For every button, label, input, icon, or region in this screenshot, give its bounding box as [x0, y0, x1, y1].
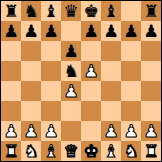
square-g1[interactable]: ♞	[121, 141, 141, 161]
square-b5[interactable]	[21, 61, 41, 81]
square-h4[interactable]	[141, 81, 161, 101]
square-a7[interactable]: ♟	[1, 21, 21, 41]
piece-black-rook: ♜	[3, 1, 18, 21]
square-f5[interactable]	[101, 61, 121, 81]
square-d4[interactable]: ♟	[61, 81, 81, 101]
piece-black-bishop: ♝	[103, 1, 118, 21]
square-f6[interactable]	[101, 41, 121, 61]
square-h2[interactable]: ♟	[141, 121, 161, 141]
square-g4[interactable]	[121, 81, 141, 101]
piece-black-pawn: ♟	[143, 21, 158, 41]
square-b7[interactable]: ♟	[21, 21, 41, 41]
square-a2[interactable]: ♟	[1, 121, 21, 141]
square-b8[interactable]: ♞	[21, 1, 41, 21]
piece-white-queen: ♛	[63, 141, 78, 161]
square-g8[interactable]	[121, 1, 141, 21]
square-b4[interactable]	[21, 81, 41, 101]
square-e5[interactable]: ♟	[81, 61, 101, 81]
square-h6[interactable]	[141, 41, 161, 61]
piece-black-pawn: ♟	[43, 21, 58, 41]
square-c1[interactable]: ♝	[41, 141, 61, 161]
piece-white-rook: ♜	[143, 141, 158, 161]
piece-white-pawn: ♟	[83, 61, 98, 81]
piece-white-pawn: ♟	[103, 121, 118, 141]
square-d3[interactable]	[61, 101, 81, 121]
piece-black-rook: ♜	[143, 1, 158, 21]
piece-white-knight: ♞	[123, 141, 138, 161]
piece-black-queen: ♛	[63, 1, 78, 21]
piece-white-king: ♚	[83, 141, 98, 161]
square-b1[interactable]: ♞	[21, 141, 41, 161]
square-h1[interactable]: ♜	[141, 141, 161, 161]
square-d2[interactable]	[61, 121, 81, 141]
square-e3[interactable]	[81, 101, 101, 121]
piece-black-pawn: ♟	[23, 21, 38, 41]
square-a6[interactable]	[1, 41, 21, 61]
square-c2[interactable]: ♟	[41, 121, 61, 141]
piece-white-knight: ♞	[23, 141, 38, 161]
square-f2[interactable]: ♟	[101, 121, 121, 141]
square-a5[interactable]	[1, 61, 21, 81]
square-d6[interactable]: ♟	[61, 41, 81, 61]
piece-black-knight: ♞	[23, 1, 38, 21]
square-g3[interactable]	[121, 101, 141, 121]
square-d7[interactable]	[61, 21, 81, 41]
piece-black-pawn: ♟	[63, 41, 78, 61]
chess-board: ♜♞♝♛♚♝♜♟♟♟♟♟♟♟♟♞♟♟♟♟♟♟♟♟♜♞♝♛♚♝♞♜	[0, 0, 162, 162]
square-g5[interactable]	[121, 61, 141, 81]
square-a1[interactable]: ♜	[1, 141, 21, 161]
square-d8[interactable]: ♛	[61, 1, 81, 21]
square-h3[interactable]	[141, 101, 161, 121]
square-f7[interactable]: ♟	[101, 21, 121, 41]
square-b2[interactable]: ♟	[21, 121, 41, 141]
piece-white-bishop: ♝	[43, 141, 58, 161]
square-c6[interactable]	[41, 41, 61, 61]
square-b6[interactable]	[21, 41, 41, 61]
square-e1[interactable]: ♚	[81, 141, 101, 161]
piece-white-bishop: ♝	[103, 141, 118, 161]
square-e7[interactable]: ♟	[81, 21, 101, 41]
piece-black-pawn: ♟	[103, 21, 118, 41]
square-d1[interactable]: ♛	[61, 141, 81, 161]
square-h7[interactable]: ♟	[141, 21, 161, 41]
piece-white-pawn: ♟	[143, 121, 158, 141]
square-h5[interactable]	[141, 61, 161, 81]
square-g6[interactable]	[121, 41, 141, 61]
square-e4[interactable]	[81, 81, 101, 101]
piece-black-king: ♚	[83, 1, 98, 21]
square-d5[interactable]: ♞	[61, 61, 81, 81]
piece-white-pawn: ♟	[3, 121, 18, 141]
piece-white-rook: ♜	[3, 141, 18, 161]
square-b3[interactable]	[21, 101, 41, 121]
square-g7[interactable]: ♟	[121, 21, 141, 41]
square-h8[interactable]: ♜	[141, 1, 161, 21]
square-a4[interactable]	[1, 81, 21, 101]
square-e8[interactable]: ♚	[81, 1, 101, 21]
square-f1[interactable]: ♝	[101, 141, 121, 161]
square-f8[interactable]: ♝	[101, 1, 121, 21]
square-c4[interactable]	[41, 81, 61, 101]
square-c5[interactable]	[41, 61, 61, 81]
square-c7[interactable]: ♟	[41, 21, 61, 41]
square-e6[interactable]	[81, 41, 101, 61]
piece-white-pawn: ♟	[123, 121, 138, 141]
square-c3[interactable]	[41, 101, 61, 121]
square-f4[interactable]	[101, 81, 121, 101]
square-a8[interactable]: ♜	[1, 1, 21, 21]
square-f3[interactable]	[101, 101, 121, 121]
piece-black-pawn: ♟	[3, 21, 18, 41]
piece-black-knight: ♞	[63, 61, 78, 81]
piece-black-pawn: ♟	[123, 21, 138, 41]
piece-white-pawn: ♟	[63, 81, 78, 101]
piece-black-bishop: ♝	[43, 1, 58, 21]
square-a3[interactable]	[1, 101, 21, 121]
piece-white-pawn: ♟	[23, 121, 38, 141]
square-c8[interactable]: ♝	[41, 1, 61, 21]
square-e2[interactable]	[81, 121, 101, 141]
piece-white-pawn: ♟	[43, 121, 58, 141]
piece-black-pawn: ♟	[83, 21, 98, 41]
square-g2[interactable]: ♟	[121, 121, 141, 141]
